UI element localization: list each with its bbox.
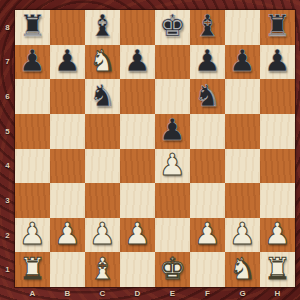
square-b4[interactable] — [50, 149, 85, 184]
file-label-e: E — [155, 287, 190, 300]
file-label-f: F — [190, 287, 225, 300]
square-a6[interactable] — [15, 79, 50, 114]
black-pawn: ♟ — [194, 46, 221, 76]
white-king: ♚ — [159, 254, 186, 284]
square-f4[interactable] — [190, 149, 225, 184]
rank-label-7: 7 — [0, 45, 15, 80]
white-pawn: ♟ — [19, 219, 46, 249]
square-f5[interactable] — [190, 114, 225, 149]
file-label-b: B — [50, 287, 85, 300]
square-g2[interactable]: ♟ — [225, 218, 260, 253]
square-g1[interactable]: ♞ — [225, 252, 260, 287]
black-pawn: ♟ — [159, 115, 186, 145]
square-d4[interactable] — [120, 149, 155, 184]
white-knight: ♞ — [89, 46, 116, 76]
white-pawn: ♟ — [229, 219, 256, 249]
square-f1[interactable] — [190, 252, 225, 287]
black-knight: ♞ — [89, 81, 116, 111]
square-d8[interactable] — [120, 10, 155, 45]
square-h6[interactable] — [260, 79, 295, 114]
square-g4[interactable] — [225, 149, 260, 184]
file-label-g: G — [225, 287, 260, 300]
square-c7[interactable]: ♞ — [85, 45, 120, 80]
square-e4[interactable]: ♟ — [155, 149, 190, 184]
black-pawn: ♟ — [54, 46, 81, 76]
square-h3[interactable] — [260, 183, 295, 218]
square-b3[interactable] — [50, 183, 85, 218]
white-pawn: ♟ — [124, 219, 151, 249]
square-g8[interactable] — [225, 10, 260, 45]
rank-label-6: 6 — [0, 79, 15, 114]
square-h4[interactable] — [260, 149, 295, 184]
square-f3[interactable] — [190, 183, 225, 218]
square-h8[interactable]: ♜ — [260, 10, 295, 45]
square-e6[interactable] — [155, 79, 190, 114]
square-a8[interactable]: ♜ — [15, 10, 50, 45]
square-d6[interactable] — [120, 79, 155, 114]
black-pawn: ♟ — [124, 46, 151, 76]
chess-board: ♜♝♚♝♜♟♟♞♟♟♟♟♞♞♟♟♟♟♟♟♟♟♟♜♝♚♞♜ — [15, 10, 295, 287]
square-d5[interactable] — [120, 114, 155, 149]
square-b2[interactable]: ♟ — [50, 218, 85, 253]
file-label-c: C — [85, 287, 120, 300]
square-a5[interactable] — [15, 114, 50, 149]
square-d7[interactable]: ♟ — [120, 45, 155, 80]
white-pawn: ♟ — [159, 150, 186, 180]
black-king: ♚ — [159, 11, 186, 41]
square-d1[interactable] — [120, 252, 155, 287]
chess-board-screenshot: 87654321 ♜♝♚♝♜♟♟♞♟♟♟♟♞♞♟♟♟♟♟♟♟♟♟♜♝♚♞♜ AB… — [0, 0, 300, 300]
file-label-a: A — [15, 287, 50, 300]
rank-label-3: 3 — [0, 183, 15, 218]
square-f8[interactable]: ♝ — [190, 10, 225, 45]
white-rook: ♜ — [264, 254, 291, 284]
square-g5[interactable] — [225, 114, 260, 149]
white-bishop: ♝ — [89, 254, 116, 284]
white-pawn: ♟ — [194, 219, 221, 249]
black-pawn: ♟ — [264, 46, 291, 76]
square-c2[interactable]: ♟ — [85, 218, 120, 253]
square-c6[interactable]: ♞ — [85, 79, 120, 114]
square-d2[interactable]: ♟ — [120, 218, 155, 253]
square-a4[interactable] — [15, 149, 50, 184]
file-label-d: D — [120, 287, 155, 300]
square-c4[interactable] — [85, 149, 120, 184]
square-f7[interactable]: ♟ — [190, 45, 225, 80]
square-b5[interactable] — [50, 114, 85, 149]
square-c5[interactable] — [85, 114, 120, 149]
black-rook: ♜ — [19, 11, 46, 41]
white-pawn: ♟ — [54, 219, 81, 249]
square-b7[interactable]: ♟ — [50, 45, 85, 80]
black-pawn: ♟ — [229, 46, 256, 76]
black-pawn: ♟ — [19, 46, 46, 76]
square-d3[interactable] — [120, 183, 155, 218]
square-e2[interactable] — [155, 218, 190, 253]
white-pawn: ♟ — [264, 219, 291, 249]
square-a7[interactable]: ♟ — [15, 45, 50, 80]
white-pawn: ♟ — [89, 219, 116, 249]
file-labels: ABCDEFGH — [15, 287, 295, 300]
square-h2[interactable]: ♟ — [260, 218, 295, 253]
square-c3[interactable] — [85, 183, 120, 218]
square-f2[interactable]: ♟ — [190, 218, 225, 253]
rank-label-4: 4 — [0, 149, 15, 184]
black-bishop: ♝ — [89, 11, 116, 41]
square-g6[interactable] — [225, 79, 260, 114]
square-g3[interactable] — [225, 183, 260, 218]
square-c1[interactable]: ♝ — [85, 252, 120, 287]
rank-labels: 87654321 — [0, 10, 15, 287]
black-knight: ♞ — [194, 81, 221, 111]
square-h7[interactable]: ♟ — [260, 45, 295, 80]
square-b8[interactable] — [50, 10, 85, 45]
square-b1[interactable] — [50, 252, 85, 287]
square-e8[interactable]: ♚ — [155, 10, 190, 45]
square-e5[interactable]: ♟ — [155, 114, 190, 149]
square-g7[interactable]: ♟ — [225, 45, 260, 80]
square-e1[interactable]: ♚ — [155, 252, 190, 287]
black-rook: ♜ — [264, 11, 291, 41]
rank-label-8: 8 — [0, 10, 15, 45]
white-knight: ♞ — [229, 254, 256, 284]
square-c8[interactable]: ♝ — [85, 10, 120, 45]
black-bishop: ♝ — [194, 11, 221, 41]
rank-label-1: 1 — [0, 252, 15, 287]
square-e3[interactable] — [155, 183, 190, 218]
rank-label-5: 5 — [0, 114, 15, 149]
file-label-h: H — [260, 287, 295, 300]
square-e7[interactable] — [155, 45, 190, 80]
rank-label-2: 2 — [0, 218, 15, 253]
square-a3[interactable] — [15, 183, 50, 218]
square-b6[interactable] — [50, 79, 85, 114]
square-h5[interactable] — [260, 114, 295, 149]
square-f6[interactable]: ♞ — [190, 79, 225, 114]
square-h1[interactable]: ♜ — [260, 252, 295, 287]
square-a1[interactable]: ♜ — [15, 252, 50, 287]
square-a2[interactable]: ♟ — [15, 218, 50, 253]
white-rook: ♜ — [19, 254, 46, 284]
